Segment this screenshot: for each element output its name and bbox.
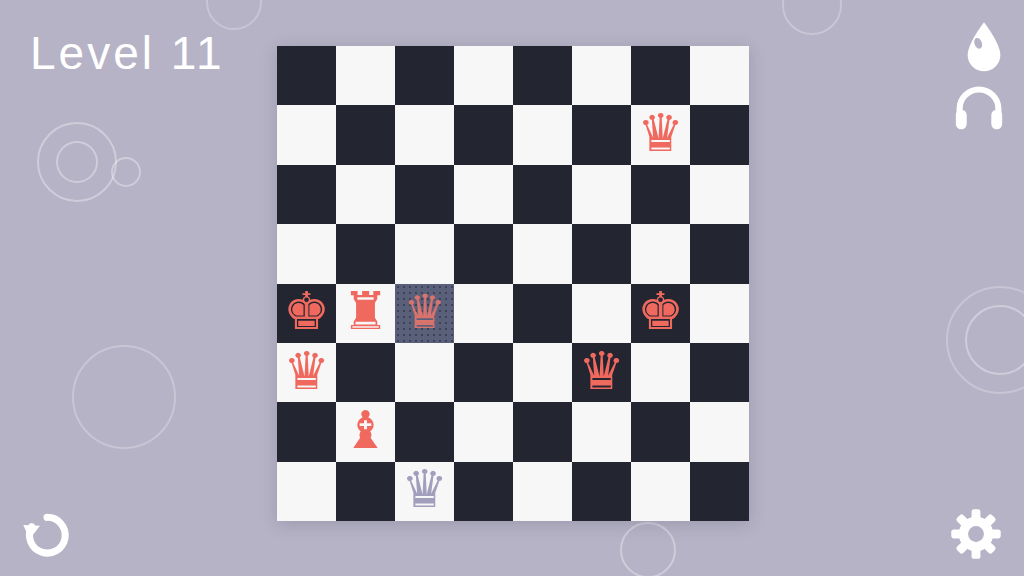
game-screen: Level 11 ♛♚♜♛♚♛♛♝♛ bbox=[0, 0, 1024, 576]
square-e8[interactable] bbox=[513, 46, 572, 105]
water-drop-icon bbox=[958, 64, 1010, 79]
restart-button[interactable] bbox=[20, 508, 74, 562]
decorative-circle bbox=[782, 0, 842, 35]
piece-red-bishop-b2: ♝ bbox=[342, 404, 389, 456]
square-b5[interactable] bbox=[336, 224, 395, 283]
square-c7[interactable] bbox=[395, 105, 454, 164]
square-e2[interactable] bbox=[513, 402, 572, 461]
square-c6[interactable] bbox=[395, 165, 454, 224]
square-f2[interactable] bbox=[572, 402, 631, 461]
square-h4[interactable] bbox=[690, 284, 749, 343]
square-d5[interactable] bbox=[454, 224, 513, 283]
restart-icon bbox=[20, 550, 74, 565]
square-e6[interactable] bbox=[513, 165, 572, 224]
square-f5[interactable] bbox=[572, 224, 631, 283]
sound-button[interactable] bbox=[950, 80, 1008, 132]
square-d7[interactable] bbox=[454, 105, 513, 164]
decorative-circle bbox=[37, 122, 117, 202]
hint-button[interactable] bbox=[958, 20, 1010, 76]
square-c3[interactable] bbox=[395, 343, 454, 402]
level-title: Level 11 bbox=[30, 26, 225, 80]
square-b2[interactable]: ♝ bbox=[336, 402, 395, 461]
square-h5[interactable] bbox=[690, 224, 749, 283]
square-e3[interactable] bbox=[513, 343, 572, 402]
square-g3[interactable] bbox=[631, 343, 690, 402]
square-d1[interactable] bbox=[454, 462, 513, 521]
square-f3[interactable]: ♛ bbox=[572, 343, 631, 402]
decorative-circle bbox=[965, 305, 1024, 375]
square-h1[interactable] bbox=[690, 462, 749, 521]
square-e5[interactable] bbox=[513, 224, 572, 283]
square-b3[interactable] bbox=[336, 343, 395, 402]
square-f4[interactable] bbox=[572, 284, 631, 343]
square-b1[interactable] bbox=[336, 462, 395, 521]
square-e1[interactable] bbox=[513, 462, 572, 521]
decorative-circle bbox=[56, 141, 98, 183]
square-d4[interactable] bbox=[454, 284, 513, 343]
square-a5[interactable] bbox=[277, 224, 336, 283]
square-c1[interactable]: ♛ bbox=[395, 462, 454, 521]
square-h3[interactable] bbox=[690, 343, 749, 402]
decorative-circle bbox=[72, 345, 176, 449]
piece-red-king-a4: ♚ bbox=[283, 285, 330, 337]
piece-purple-queen-c1: ♛ bbox=[401, 463, 448, 515]
square-a1[interactable] bbox=[277, 462, 336, 521]
square-h2[interactable] bbox=[690, 402, 749, 461]
square-h7[interactable] bbox=[690, 105, 749, 164]
square-a2[interactable] bbox=[277, 402, 336, 461]
square-a4[interactable]: ♚ bbox=[277, 284, 336, 343]
chess-board: ♛♚♜♛♚♛♛♝♛ bbox=[277, 46, 749, 521]
square-f8[interactable] bbox=[572, 46, 631, 105]
square-a8[interactable] bbox=[277, 46, 336, 105]
settings-button[interactable] bbox=[948, 506, 1004, 562]
square-a6[interactable] bbox=[277, 165, 336, 224]
square-f1[interactable] bbox=[572, 462, 631, 521]
square-c5[interactable] bbox=[395, 224, 454, 283]
square-b8[interactable] bbox=[336, 46, 395, 105]
square-d2[interactable] bbox=[454, 402, 513, 461]
square-a7[interactable] bbox=[277, 105, 336, 164]
square-b6[interactable] bbox=[336, 165, 395, 224]
decorative-circle bbox=[620, 522, 676, 576]
square-c2[interactable] bbox=[395, 402, 454, 461]
square-g1[interactable] bbox=[631, 462, 690, 521]
square-f7[interactable] bbox=[572, 105, 631, 164]
square-g4[interactable]: ♚ bbox=[631, 284, 690, 343]
square-g6[interactable] bbox=[631, 165, 690, 224]
piece-red-queen-a3: ♛ bbox=[283, 345, 330, 397]
square-d6[interactable] bbox=[454, 165, 513, 224]
decorative-circle bbox=[946, 286, 1024, 394]
decorative-circle bbox=[111, 157, 141, 187]
square-c8[interactable] bbox=[395, 46, 454, 105]
square-b4[interactable]: ♜ bbox=[336, 284, 395, 343]
piece-red-queen-c4: ♛ bbox=[403, 288, 445, 335]
piece-red-queen-g7: ♛ bbox=[637, 107, 684, 159]
square-d3[interactable] bbox=[454, 343, 513, 402]
square-e7[interactable] bbox=[513, 105, 572, 164]
gear-icon bbox=[948, 550, 1004, 565]
square-e4[interactable] bbox=[513, 284, 572, 343]
piece-red-queen-f3: ♛ bbox=[578, 345, 625, 397]
square-g2[interactable] bbox=[631, 402, 690, 461]
square-d8[interactable] bbox=[454, 46, 513, 105]
square-g5[interactable] bbox=[631, 224, 690, 283]
square-g7[interactable]: ♛ bbox=[631, 105, 690, 164]
piece-red-rook-b4: ♜ bbox=[342, 285, 389, 337]
headphones-icon bbox=[950, 120, 1008, 135]
square-c4[interactable]: ♛ bbox=[395, 284, 454, 343]
piece-red-king-g4: ♚ bbox=[637, 285, 684, 337]
square-h8[interactable] bbox=[690, 46, 749, 105]
square-b7[interactable] bbox=[336, 105, 395, 164]
square-f6[interactable] bbox=[572, 165, 631, 224]
square-g8[interactable] bbox=[631, 46, 690, 105]
square-a3[interactable]: ♛ bbox=[277, 343, 336, 402]
square-h6[interactable] bbox=[690, 165, 749, 224]
